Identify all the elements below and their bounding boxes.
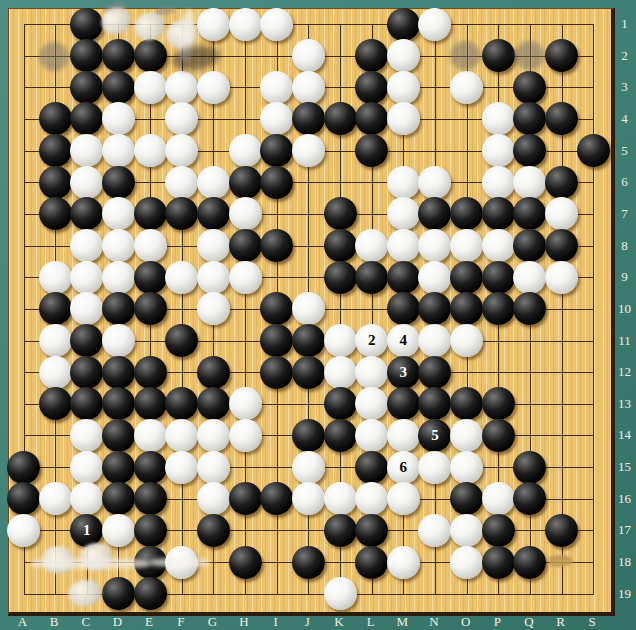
white-stone-I4 <box>260 102 293 135</box>
row-label-8: 8 <box>613 238 636 254</box>
white-stone-C9 <box>70 261 103 294</box>
black-stone-K13 <box>324 387 357 420</box>
white-stone-I3 <box>260 71 293 104</box>
black-stone-E10 <box>134 292 167 325</box>
black-stone-C12 <box>70 356 103 389</box>
white-stone-H5 <box>229 134 262 167</box>
black-stone-P18 <box>482 546 515 579</box>
move-number-3: 3 <box>400 365 408 380</box>
black-stone-H8 <box>229 229 262 262</box>
go-app-window: 243561 12345678910111213141516171819ABCD… <box>0 0 636 630</box>
black-stone-K17 <box>324 514 357 547</box>
black-stone-Q18 <box>513 546 546 579</box>
black-stone-P7 <box>482 197 515 230</box>
white-stone-E5 <box>134 134 167 167</box>
col-label-K: K <box>329 614 349 630</box>
white-stone-C15 <box>70 451 103 484</box>
white-stone-O17 <box>450 514 483 547</box>
black-stone-B7 <box>39 197 72 230</box>
black-stone-G12 <box>197 356 230 389</box>
white-stone-M7 <box>387 197 420 230</box>
white-stone-O8 <box>450 229 483 262</box>
black-stone-Q4 <box>513 102 546 135</box>
row-label-4: 4 <box>613 111 636 127</box>
white-stone-P4 <box>482 102 515 135</box>
white-stone-F6 <box>165 166 198 199</box>
black-stone-L17 <box>355 514 388 547</box>
white-stone-F15 <box>165 451 198 484</box>
white-stone-G8 <box>197 229 230 262</box>
white-stone-E3 <box>134 71 167 104</box>
white-stone-B16 <box>39 482 72 515</box>
black-stone-L5 <box>355 134 388 167</box>
white-stone-G9 <box>197 261 230 294</box>
row-label-18: 18 <box>613 554 636 570</box>
black-stone-D10 <box>102 292 135 325</box>
black-stone-L18 <box>355 546 388 579</box>
black-stone-B5 <box>39 134 72 167</box>
black-stone-M1 <box>387 8 420 41</box>
black-stone-L15 <box>355 451 388 484</box>
black-stone-J18 <box>292 546 325 579</box>
black-stone-P10 <box>482 292 515 325</box>
black-stone-I6 <box>260 166 293 199</box>
white-stone-Q6 <box>513 166 546 199</box>
white-stone-K16 <box>324 482 357 515</box>
row-label-16: 16 <box>613 491 636 507</box>
white-stone-K19 <box>324 577 357 610</box>
black-stone-M13 <box>387 387 420 420</box>
white-stone-N8 <box>418 229 451 262</box>
white-stone-H14 <box>229 419 262 452</box>
row-label-7: 7 <box>613 206 636 222</box>
black-stone-A16 <box>7 482 40 515</box>
black-stone-Q7 <box>513 197 546 230</box>
white-stone-J16 <box>292 482 325 515</box>
col-label-H: H <box>234 614 254 630</box>
white-stone-C14 <box>70 419 103 452</box>
white-stone-E8 <box>134 229 167 262</box>
white-stone-H1 <box>229 8 262 41</box>
white-stone-Q9 <box>513 261 546 294</box>
white-stone-L12 <box>355 356 388 389</box>
col-label-R: R <box>551 614 571 630</box>
white-stone-H9 <box>229 261 262 294</box>
black-stone-M9 <box>387 261 420 294</box>
black-stone-O16 <box>450 482 483 515</box>
black-stone-P13 <box>482 387 515 420</box>
white-stone-M4 <box>387 102 420 135</box>
white-stone-D5 <box>102 134 135 167</box>
white-stone-I1 <box>260 8 293 41</box>
black-stone-F11 <box>165 324 198 357</box>
white-stone-B12 <box>39 356 72 389</box>
black-stone-D2 <box>102 39 135 72</box>
black-stone-C11 <box>70 324 103 357</box>
white-stone-C8 <box>70 229 103 262</box>
black-stone-E2 <box>134 39 167 72</box>
col-label-B: B <box>44 614 64 630</box>
black-stone-E18 <box>134 546 167 579</box>
black-stone-C3 <box>70 71 103 104</box>
black-stone-I8 <box>260 229 293 262</box>
col-label-M: M <box>392 614 412 630</box>
black-stone-R6 <box>545 166 578 199</box>
col-label-G: G <box>202 614 222 630</box>
move-number-6: 6 <box>400 460 408 475</box>
white-stone-F5 <box>165 134 198 167</box>
white-stone-G15 <box>197 451 230 484</box>
row-label-10: 10 <box>613 301 636 317</box>
white-stone-O3 <box>450 71 483 104</box>
white-stone-L16 <box>355 482 388 515</box>
black-stone-N10 <box>418 292 451 325</box>
black-stone-B6 <box>39 166 72 199</box>
black-stone-O10 <box>450 292 483 325</box>
white-stone-K12 <box>324 356 357 389</box>
black-stone-D6 <box>102 166 135 199</box>
black-stone-H6 <box>229 166 262 199</box>
white-stone-L13 <box>355 387 388 420</box>
black-stone-E16 <box>134 482 167 515</box>
move-number-1: 1 <box>83 523 91 538</box>
white-stone-O15 <box>450 451 483 484</box>
black-stone-E17 <box>134 514 167 547</box>
black-stone-R2 <box>545 39 578 72</box>
white-stone-N9 <box>418 261 451 294</box>
black-stone-R4 <box>545 102 578 135</box>
move-number-2: 2 <box>368 333 376 348</box>
white-stone-J10 <box>292 292 325 325</box>
black-stone-C7 <box>70 197 103 230</box>
white-stone-J2 <box>292 39 325 72</box>
white-stone-M8 <box>387 229 420 262</box>
white-stone-C16 <box>70 482 103 515</box>
black-stone-D13 <box>102 387 135 420</box>
col-label-P: P <box>487 614 507 630</box>
black-stone-N13 <box>418 387 451 420</box>
black-stone-R17 <box>545 514 578 547</box>
black-stone-B4 <box>39 102 72 135</box>
black-stone-L3 <box>355 71 388 104</box>
black-stone-B10 <box>39 292 72 325</box>
black-stone-P9 <box>482 261 515 294</box>
white-stone-M16 <box>387 482 420 515</box>
white-stone-M6 <box>387 166 420 199</box>
black-stone-L9 <box>355 261 388 294</box>
black-stone-C4 <box>70 102 103 135</box>
black-stone-P17 <box>482 514 515 547</box>
white-stone-C10 <box>70 292 103 325</box>
grid-vline-S <box>593 24 594 595</box>
white-stone-M14 <box>387 419 420 452</box>
black-stone-Q15 <box>513 451 546 484</box>
white-stone-J5 <box>292 134 325 167</box>
white-stone-A17 <box>7 514 40 547</box>
black-stone-I12 <box>260 356 293 389</box>
black-stone-L2 <box>355 39 388 72</box>
black-stone-P14 <box>482 419 515 452</box>
white-stone-O11 <box>450 324 483 357</box>
white-stone-G3 <box>197 71 230 104</box>
black-stone-R8 <box>545 229 578 262</box>
row-label-11: 11 <box>613 333 636 349</box>
white-stone-D11 <box>102 324 135 357</box>
white-stone-G14 <box>197 419 230 452</box>
black-stone-E9 <box>134 261 167 294</box>
white-stone-G10 <box>197 292 230 325</box>
white-stone-M18 <box>387 546 420 579</box>
black-stone-E13 <box>134 387 167 420</box>
white-stone-R7 <box>545 197 578 230</box>
col-label-N: N <box>424 614 444 630</box>
col-label-C: C <box>76 614 96 630</box>
row-label-3: 3 <box>613 79 636 95</box>
white-stone-G6 <box>197 166 230 199</box>
white-stone-M15: 6 <box>387 451 420 484</box>
black-stone-D19 <box>102 577 135 610</box>
black-stone-A15 <box>7 451 40 484</box>
white-stone-R9 <box>545 261 578 294</box>
black-stone-P2 <box>482 39 515 72</box>
white-stone-O18 <box>450 546 483 579</box>
row-label-15: 15 <box>613 459 636 475</box>
black-stone-G13 <box>197 387 230 420</box>
row-label-9: 9 <box>613 269 636 285</box>
white-stone-H7 <box>229 197 262 230</box>
row-label-13: 13 <box>613 396 636 412</box>
black-stone-J11 <box>292 324 325 357</box>
col-label-L: L <box>361 614 381 630</box>
black-stone-N12 <box>418 356 451 389</box>
white-stone-B9 <box>39 261 72 294</box>
black-stone-K8 <box>324 229 357 262</box>
row-label-6: 6 <box>613 174 636 190</box>
white-stone-D17 <box>102 514 135 547</box>
white-stone-N6 <box>418 166 451 199</box>
white-stone-N11 <box>418 324 451 357</box>
black-stone-I5 <box>260 134 293 167</box>
row-label-17: 17 <box>613 522 636 538</box>
black-stone-N7 <box>418 197 451 230</box>
black-stone-O7 <box>450 197 483 230</box>
black-stone-I11 <box>260 324 293 357</box>
black-stone-M10 <box>387 292 420 325</box>
white-stone-D8 <box>102 229 135 262</box>
black-stone-G7 <box>197 197 230 230</box>
white-stone-J15 <box>292 451 325 484</box>
black-stone-K14 <box>324 419 357 452</box>
black-stone-M12: 3 <box>387 356 420 389</box>
go-board[interactable]: 243561 <box>8 8 615 616</box>
white-stone-M3 <box>387 71 420 104</box>
black-stone-J4 <box>292 102 325 135</box>
white-stone-D7 <box>102 197 135 230</box>
white-stone-D4 <box>102 102 135 135</box>
white-stone-G16 <box>197 482 230 515</box>
black-stone-Q3 <box>513 71 546 104</box>
white-stone-L11: 2 <box>355 324 388 357</box>
black-stone-B13 <box>39 387 72 420</box>
white-stone-C6 <box>70 166 103 199</box>
white-stone-L14 <box>355 419 388 452</box>
row-label-14: 14 <box>613 427 636 443</box>
col-label-A: A <box>13 614 33 630</box>
col-label-D: D <box>107 614 127 630</box>
white-stone-N1 <box>418 8 451 41</box>
black-stone-E12 <box>134 356 167 389</box>
white-stone-F9 <box>165 261 198 294</box>
black-stone-C13 <box>70 387 103 420</box>
black-stone-F13 <box>165 387 198 420</box>
move-number-4: 4 <box>400 333 408 348</box>
white-stone-C5 <box>70 134 103 167</box>
white-stone-M11: 4 <box>387 324 420 357</box>
row-label-5: 5 <box>613 143 636 159</box>
black-stone-D14 <box>102 419 135 452</box>
col-label-E: E <box>139 614 159 630</box>
black-stone-E19 <box>134 577 167 610</box>
black-stone-C2 <box>70 39 103 72</box>
col-label-J: J <box>297 614 317 630</box>
black-stone-I16 <box>260 482 293 515</box>
black-stone-F7 <box>165 197 198 230</box>
white-stone-O14 <box>450 419 483 452</box>
black-stone-Q16 <box>513 482 546 515</box>
white-stone-N17 <box>418 514 451 547</box>
black-stone-Q5 <box>513 134 546 167</box>
col-label-O: O <box>456 614 476 630</box>
white-stone-F18 <box>165 546 198 579</box>
white-stone-F4 <box>165 102 198 135</box>
white-stone-P16 <box>482 482 515 515</box>
row-label-2: 2 <box>613 48 636 64</box>
white-stone-P8 <box>482 229 515 262</box>
black-stone-H18 <box>229 546 262 579</box>
black-stone-J12 <box>292 356 325 389</box>
black-stone-D3 <box>102 71 135 104</box>
col-label-F: F <box>171 614 191 630</box>
row-label-19: 19 <box>613 586 636 602</box>
row-label-12: 12 <box>613 364 636 380</box>
black-stone-K4 <box>324 102 357 135</box>
black-stone-E15 <box>134 451 167 484</box>
white-stone-F14 <box>165 419 198 452</box>
black-stone-Q8 <box>513 229 546 262</box>
black-stone-Q10 <box>513 292 546 325</box>
black-stone-D16 <box>102 482 135 515</box>
white-stone-G1 <box>197 8 230 41</box>
black-stone-J14 <box>292 419 325 452</box>
white-stone-B11 <box>39 324 72 357</box>
black-stone-K9 <box>324 261 357 294</box>
move-number-5: 5 <box>431 428 439 443</box>
white-stone-J3 <box>292 71 325 104</box>
black-stone-C1 <box>70 8 103 41</box>
white-stone-M2 <box>387 39 420 72</box>
white-stone-F3 <box>165 71 198 104</box>
black-stone-N14: 5 <box>418 419 451 452</box>
col-label-I: I <box>266 614 286 630</box>
col-label-S: S <box>582 614 602 630</box>
black-stone-H16 <box>229 482 262 515</box>
black-stone-E7 <box>134 197 167 230</box>
black-stone-O13 <box>450 387 483 420</box>
white-stone-D9 <box>102 261 135 294</box>
black-stone-G17 <box>197 514 230 547</box>
white-stone-K11 <box>324 324 357 357</box>
black-stone-C17: 1 <box>70 514 103 547</box>
white-stone-L8 <box>355 229 388 262</box>
white-stone-P6 <box>482 166 515 199</box>
black-stone-D15 <box>102 451 135 484</box>
row-label-1: 1 <box>613 16 636 32</box>
white-stone-N15 <box>418 451 451 484</box>
black-stone-L4 <box>355 102 388 135</box>
black-stone-D12 <box>102 356 135 389</box>
col-label-Q: Q <box>519 614 539 630</box>
black-stone-O9 <box>450 261 483 294</box>
white-stone-P5 <box>482 134 515 167</box>
black-stone-K7 <box>324 197 357 230</box>
white-stone-H13 <box>229 387 262 420</box>
white-stone-E14 <box>134 419 167 452</box>
black-stone-S5 <box>577 134 610 167</box>
black-stone-I10 <box>260 292 293 325</box>
